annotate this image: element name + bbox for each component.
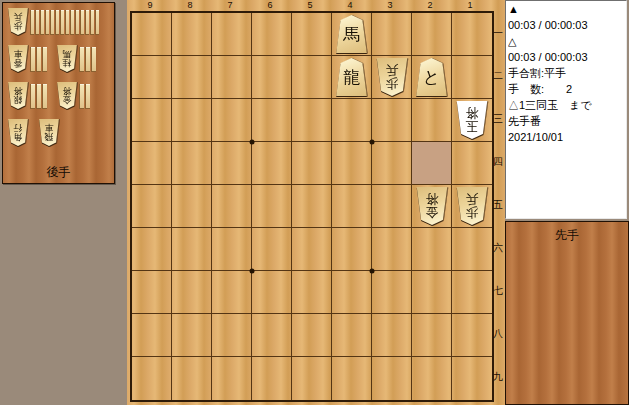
- hand-stack-香-x4[interactable]: 香車: [7, 45, 47, 72]
- piece-と-sente[interactable]: と: [415, 58, 449, 96]
- piece-歩-gote[interactable]: 歩兵: [455, 187, 489, 225]
- piece-金-gote[interactable]: 金将: [56, 82, 78, 109]
- board-square-3八[interactable]: [372, 314, 412, 357]
- board-square-2二[interactable]: と: [412, 56, 452, 99]
- hand-stack-桂-x4[interactable]: 桂馬: [56, 45, 96, 72]
- board-square-4一[interactable]: 馬: [332, 13, 372, 56]
- board-square-8二[interactable]: [172, 56, 212, 99]
- hand-stack-sliver: [35, 10, 39, 35]
- gote-clock-mark: △: [508, 34, 624, 50]
- sente-clock-mark: ▲: [508, 2, 624, 18]
- rank-label-二: 二: [491, 54, 505, 97]
- board-square-2一[interactable]: [412, 13, 452, 56]
- board-square-6四[interactable]: [252, 142, 292, 185]
- rank-label-三: 三: [491, 97, 505, 140]
- board-square-1七[interactable]: [452, 271, 492, 314]
- board-square-8一[interactable]: [172, 13, 212, 56]
- board-square-3三[interactable]: [372, 99, 412, 142]
- board-square-8六[interactable]: [172, 228, 212, 271]
- board-square-6一[interactable]: [252, 13, 292, 56]
- hand-stack-角-x1[interactable]: 角行: [7, 119, 29, 146]
- piece-歩-gote[interactable]: 歩兵: [375, 58, 409, 96]
- board-square-3九[interactable]: [372, 357, 412, 400]
- board-square-2九[interactable]: [412, 357, 452, 400]
- board-square-5六[interactable]: [292, 228, 332, 271]
- gote-tray-label: 後手: [3, 164, 114, 181]
- board-square-4六[interactable]: [332, 228, 372, 271]
- board-square-8四[interactable]: [172, 142, 212, 185]
- star-point: [250, 140, 255, 145]
- handicap-text: 手合割:平手: [508, 66, 624, 82]
- board-square-7六[interactable]: [212, 228, 252, 271]
- sente-tray-label: 先手: [506, 227, 628, 244]
- board-square-2三[interactable]: [412, 99, 452, 142]
- board-square-9九[interactable]: [132, 357, 172, 400]
- hand-stack-飛-x1[interactable]: 飛車: [38, 119, 60, 146]
- board-square-7四[interactable]: [212, 142, 252, 185]
- hand-stack-sliver: [30, 84, 35, 109]
- hand-stack-歩-x15[interactable]: 歩兵: [7, 8, 99, 35]
- piece-桂-gote[interactable]: 桂馬: [56, 45, 78, 72]
- star-point: [250, 269, 255, 274]
- hand-stack-sliver: [55, 10, 59, 35]
- board-square-6七[interactable]: [252, 271, 292, 314]
- shogi-board: 987654321 馬龍歩兵と玉将金将歩兵 一二三四五六七八九: [127, 0, 505, 405]
- hand-stack-sliver: [85, 10, 89, 35]
- board-square-1五[interactable]: 歩兵: [452, 185, 492, 228]
- board-square-4三[interactable]: [332, 99, 372, 142]
- rank-label-八: 八: [491, 312, 505, 355]
- hand-stack-sliver: [95, 10, 99, 35]
- piece-玉-gote[interactable]: 玉将: [455, 101, 489, 139]
- board-square-9八[interactable]: [132, 314, 172, 357]
- hand-stack-sliver: [91, 47, 96, 72]
- rank-label-一: 一: [491, 11, 505, 54]
- board-square-3一[interactable]: [372, 13, 412, 56]
- game-info-panel: ▲ 00:03 / 00:00:03 △ 00:03 / 00:00:03 手合…: [505, 0, 629, 405]
- rank-label-四: 四: [491, 140, 505, 183]
- hand-stack-sliver: [79, 84, 84, 109]
- piece-金-gote[interactable]: 金将: [415, 187, 449, 225]
- board-square-3五[interactable]: [372, 185, 412, 228]
- board-square-7三[interactable]: [212, 99, 252, 142]
- piece-銀-gote[interactable]: 銀将: [7, 82, 29, 109]
- piece-龍-sente[interactable]: 龍: [335, 58, 369, 96]
- board-square-9六[interactable]: [132, 228, 172, 271]
- board-square-9七[interactable]: [132, 271, 172, 314]
- hand-stack-sliver: [90, 10, 94, 35]
- file-label-2: 2: [410, 0, 450, 11]
- board-square-8三[interactable]: [172, 99, 212, 142]
- piece-馬-sente[interactable]: 馬: [335, 15, 369, 53]
- board-square-7一[interactable]: [212, 13, 252, 56]
- sente-captured-tray: 先手: [505, 221, 629, 405]
- board-square-4四[interactable]: [332, 142, 372, 185]
- board-square-9四[interactable]: [132, 142, 172, 185]
- board-square-2六[interactable]: [412, 228, 452, 271]
- board-square-7九[interactable]: [212, 357, 252, 400]
- rank-coordinate-labels: 一二三四五六七八九: [491, 11, 505, 398]
- board-square-6三[interactable]: [252, 99, 292, 142]
- move-count-text: 手 数: 2: [508, 82, 624, 98]
- gote-captured-tray: 歩兵香車桂馬銀将金将角行飛車 後手: [2, 2, 115, 184]
- hand-stack-sliver: [60, 10, 64, 35]
- board-square-9一[interactable]: [132, 13, 172, 56]
- gote-clock-time: 00:03 / 00:00:03: [508, 50, 624, 66]
- board-square-4五[interactable]: [332, 185, 372, 228]
- last-move-text: △1三同玉 まで: [508, 98, 624, 114]
- rank-label-九: 九: [491, 355, 505, 398]
- hand-stack-sliver: [40, 10, 44, 35]
- board-square-5七[interactable]: [292, 271, 332, 314]
- board-square-2五[interactable]: 金将: [412, 185, 452, 228]
- board-square-6九[interactable]: [252, 357, 292, 400]
- sente-clock-time: 00:03 / 00:00:03: [508, 18, 624, 34]
- board-square-7五[interactable]: [212, 185, 252, 228]
- board-square-1六[interactable]: [452, 228, 492, 271]
- rank-label-七: 七: [491, 269, 505, 312]
- board-square-1二[interactable]: [452, 56, 492, 99]
- hand-stack-sliver: [65, 10, 69, 35]
- star-point: [370, 140, 375, 145]
- turn-indicator-text: 先手番: [508, 114, 624, 130]
- board-square-2四[interactable]: [412, 142, 452, 185]
- hand-stack-sliver: [80, 10, 84, 35]
- board-square-6六[interactable]: [252, 228, 292, 271]
- hand-stack-sliver: [36, 47, 41, 72]
- board-square-5九[interactable]: [292, 357, 332, 400]
- board-square-8五[interactable]: [172, 185, 212, 228]
- board-square-3七[interactable]: [372, 271, 412, 314]
- board-square-8九[interactable]: [172, 357, 212, 400]
- game-date-text: 2021/10/01: [508, 130, 624, 146]
- hand-stack-sliver: [85, 47, 90, 72]
- piece-歩-gote[interactable]: 歩兵: [7, 8, 29, 35]
- file-label-4: 4: [330, 0, 370, 11]
- hand-stack-sliver: [30, 47, 35, 72]
- file-label-8: 8: [170, 0, 210, 11]
- board-square-9五[interactable]: [132, 185, 172, 228]
- board-square-6二[interactable]: [252, 56, 292, 99]
- board-square-7七[interactable]: [212, 271, 252, 314]
- gote-hand-stacks: 歩兵香車桂馬銀将金将角行飛車: [7, 8, 108, 156]
- board-square-6五[interactable]: [252, 185, 292, 228]
- hand-stack-sliver: [50, 10, 54, 35]
- file-label-3: 3: [370, 0, 410, 11]
- board-square-8八[interactable]: [172, 314, 212, 357]
- board-square-5八[interactable]: [292, 314, 332, 357]
- file-label-9: 9: [130, 0, 170, 11]
- board-square-4七[interactable]: [332, 271, 372, 314]
- piece-香-gote[interactable]: 香車: [7, 45, 29, 72]
- board-square-4二[interactable]: 龍: [332, 56, 372, 99]
- star-point: [370, 269, 375, 274]
- hand-stack-sliver: [79, 47, 84, 72]
- board-square-1一[interactable]: [452, 13, 492, 56]
- file-label-5: 5: [290, 0, 330, 11]
- board-square-5一[interactable]: [292, 13, 332, 56]
- piece-角-gote[interactable]: 角行: [7, 119, 29, 146]
- board-square-1九[interactable]: [452, 357, 492, 400]
- file-label-7: 7: [210, 0, 250, 11]
- board-square-4九[interactable]: [332, 357, 372, 400]
- piece-飛-gote[interactable]: 飛車: [38, 119, 60, 146]
- rank-label-六: 六: [491, 226, 505, 269]
- hand-stack-sliver: [42, 47, 47, 72]
- hand-stack-sliver: [36, 84, 41, 109]
- board-square-9二[interactable]: [132, 56, 172, 99]
- hand-stack-銀-x4[interactable]: 銀将: [7, 82, 47, 109]
- board-square-3二[interactable]: 歩兵: [372, 56, 412, 99]
- shogi-app-window: 歩兵香車桂馬銀将金将角行飛車 後手 987654321 馬龍歩兵と玉将金将歩兵 …: [0, 0, 629, 405]
- hand-stack-sliver: [70, 10, 74, 35]
- board-square-1三[interactable]: 玉将: [452, 99, 492, 142]
- hand-stack-sliver: [75, 10, 79, 35]
- hand-stack-sliver: [45, 10, 49, 35]
- board-grid[interactable]: 馬龍歩兵と玉将金将歩兵: [130, 11, 494, 402]
- file-label-1: 1: [450, 0, 490, 11]
- hand-stack-sliver: [85, 84, 90, 109]
- board-square-8七[interactable]: [172, 271, 212, 314]
- file-coordinate-labels: 987654321: [130, 0, 490, 11]
- board-square-6八[interactable]: [252, 314, 292, 357]
- board-square-5二[interactable]: [292, 56, 332, 99]
- board-square-3六[interactable]: [372, 228, 412, 271]
- board-square-4八[interactable]: [332, 314, 372, 357]
- game-info-box[interactable]: ▲ 00:03 / 00:00:03 △ 00:03 / 00:00:03 手合…: [505, 0, 627, 219]
- hand-stack-sliver: [42, 84, 47, 109]
- board-square-3四[interactable]: [372, 142, 412, 185]
- board-square-1八[interactable]: [452, 314, 492, 357]
- board-square-5四[interactable]: [292, 142, 332, 185]
- board-square-7二[interactable]: [212, 56, 252, 99]
- file-label-6: 6: [250, 0, 290, 11]
- board-square-9三[interactable]: [132, 99, 172, 142]
- board-square-2七[interactable]: [412, 271, 452, 314]
- board-square-5五[interactable]: [292, 185, 332, 228]
- board-square-5三[interactable]: [292, 99, 332, 142]
- rank-label-五: 五: [491, 183, 505, 226]
- hand-stack-sliver: [30, 10, 34, 35]
- hand-stack-金-x3[interactable]: 金将: [56, 82, 90, 109]
- board-square-7八[interactable]: [212, 314, 252, 357]
- board-square-1四[interactable]: [452, 142, 492, 185]
- board-square-2八[interactable]: [412, 314, 452, 357]
